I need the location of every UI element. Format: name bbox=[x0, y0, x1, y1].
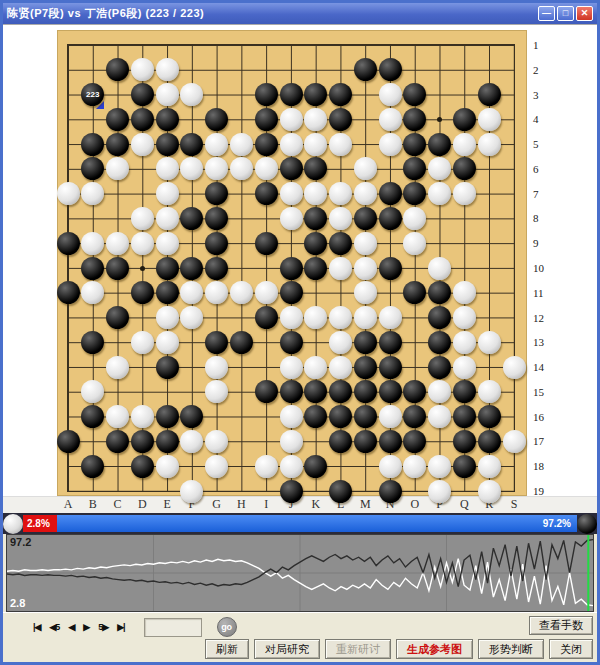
black-stone bbox=[156, 108, 179, 131]
white-stone bbox=[478, 380, 501, 403]
action-button-关闭[interactable]: 关闭 bbox=[549, 639, 593, 659]
white-stone bbox=[131, 58, 154, 81]
white-stone bbox=[379, 455, 402, 478]
back-button[interactable]: ◀ bbox=[68, 622, 74, 632]
black-stone bbox=[329, 480, 352, 503]
black-stone bbox=[280, 83, 303, 106]
white-stone bbox=[379, 405, 402, 428]
black-stone bbox=[478, 430, 501, 453]
winrate-graph-canvas bbox=[7, 535, 593, 611]
view-moves-button[interactable]: 查看手数 bbox=[529, 616, 593, 635]
black-stone bbox=[106, 306, 129, 329]
move-number-input[interactable] bbox=[144, 618, 202, 637]
column-label: M bbox=[360, 497, 371, 512]
white-stone bbox=[255, 455, 278, 478]
graph-max-label: 97.2 bbox=[10, 537, 31, 548]
row-label: 12 bbox=[533, 312, 555, 324]
white-stone bbox=[428, 455, 451, 478]
action-button-对局研究[interactable]: 对局研究 bbox=[254, 639, 320, 659]
black-stone bbox=[379, 58, 402, 81]
close-icon: ✕ bbox=[581, 9, 589, 18]
column-label: Q bbox=[460, 497, 469, 512]
go-button[interactable]: go bbox=[217, 617, 237, 637]
white-stone bbox=[503, 430, 526, 453]
white-stone bbox=[453, 133, 476, 156]
white-stone bbox=[280, 133, 303, 156]
row-label: 13 bbox=[533, 336, 555, 348]
black-stone bbox=[379, 380, 402, 403]
row-label: 19 bbox=[533, 485, 555, 497]
black-stone bbox=[255, 232, 278, 255]
window-buttons: — □ ✕ bbox=[538, 6, 593, 21]
forward-button[interactable]: ▶ bbox=[83, 622, 89, 632]
close-button[interactable]: ✕ bbox=[576, 6, 593, 21]
white-stone bbox=[156, 58, 179, 81]
black-stone bbox=[379, 257, 402, 280]
black-stone bbox=[106, 430, 129, 453]
white-stone bbox=[379, 306, 402, 329]
white-stone bbox=[478, 133, 501, 156]
white-stone bbox=[131, 207, 154, 230]
white-stone bbox=[329, 207, 352, 230]
back-5-button[interactable]: ◀5 bbox=[49, 622, 59, 632]
white-stone bbox=[131, 405, 154, 428]
hoshi-point bbox=[437, 117, 442, 122]
black-stone bbox=[180, 257, 203, 280]
black-stone bbox=[329, 430, 352, 453]
column-label: A bbox=[64, 497, 73, 512]
black-stone bbox=[354, 207, 377, 230]
white-stone bbox=[205, 430, 228, 453]
white-stone bbox=[453, 182, 476, 205]
column-label: G bbox=[212, 497, 221, 512]
white-stone bbox=[329, 306, 352, 329]
white-stone bbox=[379, 83, 402, 106]
black-stone bbox=[57, 281, 80, 304]
row-label: 2 bbox=[533, 64, 555, 76]
black-stone bbox=[428, 331, 451, 354]
black-stone bbox=[81, 257, 104, 280]
white-stone bbox=[304, 356, 327, 379]
black-stone bbox=[354, 405, 377, 428]
black-stone bbox=[280, 380, 303, 403]
white-stone-icon bbox=[3, 514, 23, 534]
white-stone bbox=[205, 356, 228, 379]
white-stone bbox=[106, 356, 129, 379]
white-stone bbox=[354, 182, 377, 205]
black-stone bbox=[329, 232, 352, 255]
black-stone-icon bbox=[577, 514, 597, 534]
black-stone bbox=[156, 430, 179, 453]
black-stone bbox=[280, 480, 303, 503]
white-stone bbox=[354, 281, 377, 304]
column-label: H bbox=[237, 497, 246, 512]
black-stone bbox=[280, 257, 303, 280]
black-stone bbox=[81, 331, 104, 354]
white-stone bbox=[453, 356, 476, 379]
first-move-button[interactable]: |◀ bbox=[33, 622, 40, 632]
white-stone bbox=[478, 108, 501, 131]
white-stone bbox=[280, 455, 303, 478]
white-stone bbox=[379, 108, 402, 131]
black-stone bbox=[304, 232, 327, 255]
white-stone bbox=[255, 157, 278, 180]
black-stone bbox=[379, 430, 402, 453]
row-label: 3 bbox=[533, 89, 555, 101]
black-stone bbox=[304, 257, 327, 280]
black-stone bbox=[354, 58, 377, 81]
row-label: 5 bbox=[533, 138, 555, 150]
black-stone bbox=[131, 108, 154, 131]
white-stone bbox=[280, 108, 303, 131]
white-stone bbox=[57, 182, 80, 205]
white-stone bbox=[478, 480, 501, 503]
white-stone bbox=[428, 257, 451, 280]
black-winrate-segment: 97.2% bbox=[57, 515, 577, 532]
column-label: B bbox=[89, 497, 97, 512]
black-stone bbox=[379, 480, 402, 503]
action-button-形势判断[interactable]: 形势判断 bbox=[478, 639, 544, 659]
black-stone bbox=[478, 405, 501, 428]
white-stone bbox=[156, 182, 179, 205]
white-stone bbox=[156, 331, 179, 354]
black-stone bbox=[428, 133, 451, 156]
black-stone bbox=[255, 133, 278, 156]
maximize-icon: □ bbox=[563, 9, 568, 18]
control-panel: |◀◀5◀▶5▶▶|go 查看手数 刷新对局研究重新研讨生成参考图形势判断关闭 bbox=[3, 612, 597, 665]
black-stone bbox=[453, 405, 476, 428]
white-stone bbox=[280, 207, 303, 230]
column-label: E bbox=[163, 497, 170, 512]
white-stone bbox=[131, 331, 154, 354]
column-label: D bbox=[138, 497, 147, 512]
white-winrate-segment: 2.8% bbox=[23, 515, 57, 532]
white-stone bbox=[354, 232, 377, 255]
row-label: 1 bbox=[533, 39, 555, 51]
white-stone bbox=[428, 480, 451, 503]
hoshi-point bbox=[140, 266, 145, 271]
white-stone bbox=[156, 83, 179, 106]
black-winrate-value: 97.2% bbox=[543, 518, 571, 529]
row-label: 4 bbox=[533, 113, 555, 125]
white-stone bbox=[403, 455, 426, 478]
app-window: 陈贤(P7段) vs 丁浩(P6段) (223 / 223) — □ ✕ ABC… bbox=[0, 0, 600, 665]
white-stone bbox=[403, 232, 426, 255]
black-stone bbox=[379, 207, 402, 230]
black-stone bbox=[403, 133, 426, 156]
black-stone bbox=[255, 182, 278, 205]
white-stone bbox=[329, 331, 352, 354]
black-stone bbox=[280, 331, 303, 354]
white-stone bbox=[329, 356, 352, 379]
black-stone bbox=[354, 356, 377, 379]
black-stone bbox=[230, 331, 253, 354]
row-label: 6 bbox=[533, 163, 555, 175]
white-stone bbox=[156, 455, 179, 478]
black-stone bbox=[131, 430, 154, 453]
maximize-button[interactable]: □ bbox=[557, 6, 574, 21]
black-stone bbox=[379, 182, 402, 205]
eval-bar: 2.8% 97.2% bbox=[3, 513, 597, 534]
black-stone bbox=[255, 108, 278, 131]
white-stone bbox=[329, 257, 352, 280]
white-stone bbox=[453, 331, 476, 354]
black-stone bbox=[156, 257, 179, 280]
black-stone bbox=[81, 133, 104, 156]
white-stone bbox=[180, 480, 203, 503]
white-stone bbox=[304, 133, 327, 156]
column-label: I bbox=[264, 497, 268, 512]
black-stone bbox=[156, 356, 179, 379]
white-stone bbox=[131, 232, 154, 255]
white-stone bbox=[81, 232, 104, 255]
black-stone bbox=[255, 380, 278, 403]
row-label: 7 bbox=[533, 188, 555, 200]
white-stone bbox=[205, 455, 228, 478]
row-label: 10 bbox=[533, 262, 555, 274]
white-stone bbox=[304, 108, 327, 131]
winrate-graph[interactable]: 97.2 2.8 bbox=[6, 534, 594, 612]
white-stone bbox=[205, 133, 228, 156]
black-stone bbox=[255, 83, 278, 106]
row-label: 8 bbox=[533, 212, 555, 224]
board-panel: ABCDEFGHIJKLMNOPQRS123456789101112131415… bbox=[3, 24, 597, 513]
black-stone bbox=[453, 430, 476, 453]
black-stone bbox=[131, 281, 154, 304]
action-button-刷新[interactable]: 刷新 bbox=[205, 639, 249, 659]
row-label: 18 bbox=[533, 460, 555, 472]
black-stone bbox=[354, 331, 377, 354]
white-stone bbox=[156, 207, 179, 230]
white-stone bbox=[280, 356, 303, 379]
white-stone bbox=[354, 257, 377, 280]
white-stone bbox=[329, 133, 352, 156]
black-stone bbox=[205, 207, 228, 230]
window-title: 陈贤(P7段) vs 丁浩(P6段) (223 / 223) bbox=[7, 6, 204, 21]
black-stone bbox=[205, 232, 228, 255]
action-button-重新研讨[interactable]: 重新研讨 bbox=[325, 639, 391, 659]
column-label: S bbox=[511, 497, 518, 512]
white-stone bbox=[230, 133, 253, 156]
black-stone bbox=[453, 108, 476, 131]
white-stone bbox=[131, 133, 154, 156]
white-stone bbox=[379, 133, 402, 156]
black-stone bbox=[379, 331, 402, 354]
white-stone bbox=[453, 306, 476, 329]
black-stone bbox=[106, 108, 129, 131]
black-stone bbox=[180, 133, 203, 156]
row-label: 15 bbox=[533, 386, 555, 398]
black-stone bbox=[354, 430, 377, 453]
minimize-button[interactable]: — bbox=[538, 6, 555, 21]
black-stone bbox=[428, 356, 451, 379]
forward-5-button[interactable]: 5▶ bbox=[98, 622, 108, 632]
white-stone bbox=[106, 232, 129, 255]
black-stone bbox=[57, 232, 80, 255]
black-stone bbox=[156, 405, 179, 428]
black-stone bbox=[379, 356, 402, 379]
action-buttons: 刷新对局研究重新研讨生成参考图形势判断关闭 bbox=[205, 639, 593, 659]
last-move-button[interactable]: ▶| bbox=[117, 622, 124, 632]
white-stone bbox=[478, 455, 501, 478]
title-bar[interactable]: 陈贤(P7段) vs 丁浩(P6段) (223 / 223) — □ ✕ bbox=[3, 3, 597, 24]
column-label: K bbox=[311, 497, 320, 512]
action-button-生成参考图[interactable]: 生成参考图 bbox=[396, 639, 473, 659]
row-label: 17 bbox=[533, 435, 555, 447]
black-stone bbox=[329, 83, 352, 106]
black-stone bbox=[131, 83, 154, 106]
row-label: 16 bbox=[533, 411, 555, 423]
column-label: O bbox=[411, 497, 420, 512]
row-label: 11 bbox=[533, 287, 555, 299]
black-stone bbox=[304, 455, 327, 478]
minimize-icon: — bbox=[542, 9, 551, 18]
white-stone bbox=[478, 331, 501, 354]
black-stone bbox=[81, 455, 104, 478]
black-stone bbox=[205, 257, 228, 280]
black-stone bbox=[106, 257, 129, 280]
white-stone bbox=[280, 182, 303, 205]
white-stone bbox=[280, 430, 303, 453]
black-stone bbox=[280, 157, 303, 180]
last-move-number: 223 bbox=[81, 83, 104, 106]
black-stone: 223 bbox=[81, 83, 104, 106]
black-stone bbox=[478, 83, 501, 106]
white-stone bbox=[255, 281, 278, 304]
white-stone bbox=[280, 306, 303, 329]
black-stone bbox=[131, 455, 154, 478]
row-label: 14 bbox=[533, 361, 555, 373]
black-stone bbox=[156, 281, 179, 304]
black-stone bbox=[57, 430, 80, 453]
black-stone bbox=[280, 281, 303, 304]
row-label: 9 bbox=[533, 237, 555, 249]
black-stone bbox=[205, 108, 228, 131]
black-stone bbox=[453, 455, 476, 478]
white-stone bbox=[156, 232, 179, 255]
white-stone bbox=[354, 306, 377, 329]
move-navigation: |◀◀5◀▶5▶▶|go bbox=[33, 617, 237, 637]
graph-min-label: 2.8 bbox=[10, 598, 25, 609]
white-stone bbox=[503, 356, 526, 379]
column-label: C bbox=[114, 497, 122, 512]
white-stone bbox=[156, 306, 179, 329]
black-stone bbox=[106, 133, 129, 156]
black-stone bbox=[156, 133, 179, 156]
black-stone bbox=[205, 331, 228, 354]
white-stone bbox=[156, 157, 179, 180]
white-stone bbox=[280, 405, 303, 428]
white-winrate-value: 2.8% bbox=[27, 518, 50, 529]
black-stone bbox=[329, 108, 352, 131]
black-stone bbox=[255, 306, 278, 329]
